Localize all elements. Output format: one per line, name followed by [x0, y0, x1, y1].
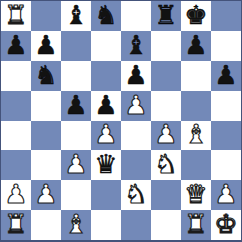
square-g8[interactable]: ♚ [181, 1, 211, 31]
square-b1[interactable] [31, 210, 61, 240]
black-queen-piece[interactable]: ♛ [94, 151, 117, 177]
square-e2[interactable]: ♞ [121, 180, 151, 210]
square-g4[interactable]: ♝ [181, 121, 211, 151]
white-queen-piece[interactable]: ♛ [184, 181, 207, 207]
square-b7[interactable]: ♟ [31, 31, 61, 61]
square-c2[interactable] [61, 180, 91, 210]
white-king-piece[interactable]: ♚ [214, 211, 237, 237]
square-h3[interactable] [211, 150, 241, 180]
black-pawn-piece[interactable]: ♟ [4, 32, 27, 58]
square-d3[interactable]: ♛ [91, 150, 121, 180]
white-rook-piece[interactable]: ♜ [184, 211, 207, 237]
square-h2[interactable]: ♟ [211, 180, 241, 210]
white-knight-piece[interactable]: ♞ [154, 151, 177, 177]
white-pawn-piece[interactable]: ♟ [34, 181, 57, 207]
chess-board: ♜♝♞♜♚♟♟♝♟♞♟♟♟♟♟♟♟♝♟♛♞♟♟♞♛♟♜♝♜♚ [0, 0, 242, 242]
square-b5[interactable] [31, 91, 61, 121]
black-pawn-piece[interactable]: ♟ [124, 62, 147, 88]
white-pawn-piece[interactable]: ♟ [124, 92, 147, 118]
square-h6[interactable]: ♟ [211, 61, 241, 91]
square-g5[interactable] [181, 91, 211, 121]
square-a3[interactable] [1, 150, 31, 180]
square-f1[interactable] [151, 210, 181, 240]
square-g6[interactable] [181, 61, 211, 91]
white-pawn-piece[interactable]: ♟ [64, 151, 87, 177]
square-f6[interactable] [151, 61, 181, 91]
square-a7[interactable]: ♟ [1, 31, 31, 61]
square-a5[interactable] [1, 91, 31, 121]
black-pawn-piece[interactable]: ♟ [94, 92, 117, 118]
square-a4[interactable] [1, 121, 31, 151]
square-f7[interactable] [151, 31, 181, 61]
black-knight-piece[interactable]: ♞ [34, 62, 57, 88]
white-pawn-piece[interactable]: ♟ [94, 121, 117, 147]
black-knight-piece[interactable]: ♞ [94, 2, 117, 28]
square-f3[interactable]: ♞ [151, 150, 181, 180]
square-a8[interactable]: ♜ [1, 1, 31, 31]
square-g2[interactable]: ♛ [181, 180, 211, 210]
square-e1[interactable] [121, 210, 151, 240]
black-pawn-piece[interactable]: ♟ [34, 32, 57, 58]
square-e8[interactable] [121, 1, 151, 31]
black-pawn-piece[interactable]: ♟ [184, 32, 207, 58]
black-bishop-piece[interactable]: ♝ [124, 32, 147, 58]
square-h4[interactable] [211, 121, 241, 151]
square-f2[interactable] [151, 180, 181, 210]
square-b2[interactable]: ♟ [31, 180, 61, 210]
square-c6[interactable] [61, 61, 91, 91]
black-pawn-piece[interactable]: ♟ [214, 62, 237, 88]
white-bishop-piece[interactable]: ♝ [64, 211, 87, 237]
white-rook-piece[interactable]: ♜ [4, 211, 27, 237]
square-e7[interactable]: ♝ [121, 31, 151, 61]
square-g7[interactable]: ♟ [181, 31, 211, 61]
square-d8[interactable]: ♞ [91, 1, 121, 31]
square-d1[interactable] [91, 210, 121, 240]
black-rook-piece[interactable]: ♜ [154, 2, 177, 28]
square-d2[interactable] [91, 180, 121, 210]
square-b4[interactable] [31, 121, 61, 151]
black-king-piece[interactable]: ♚ [184, 2, 207, 28]
square-c8[interactable]: ♝ [61, 1, 91, 31]
square-b6[interactable]: ♞ [31, 61, 61, 91]
white-knight-piece[interactable]: ♞ [124, 181, 147, 207]
square-e4[interactable] [121, 121, 151, 151]
square-e3[interactable] [121, 150, 151, 180]
square-c3[interactable]: ♟ [61, 150, 91, 180]
white-pawn-piece[interactable]: ♟ [154, 121, 177, 147]
square-h1[interactable]: ♚ [211, 210, 241, 240]
white-rook-piece[interactable]: ♜ [4, 2, 27, 28]
black-bishop-piece[interactable]: ♝ [64, 2, 87, 28]
white-pawn-piece[interactable]: ♟ [4, 181, 27, 207]
square-f8[interactable]: ♜ [151, 1, 181, 31]
square-c5[interactable]: ♟ [61, 91, 91, 121]
square-a1[interactable]: ♜ [1, 210, 31, 240]
square-f5[interactable] [151, 91, 181, 121]
square-a6[interactable] [1, 61, 31, 91]
square-c7[interactable] [61, 31, 91, 61]
square-c1[interactable]: ♝ [61, 210, 91, 240]
square-b8[interactable] [31, 1, 61, 31]
white-bishop-piece[interactable]: ♝ [184, 121, 207, 147]
square-d7[interactable] [91, 31, 121, 61]
square-d5[interactable]: ♟ [91, 91, 121, 121]
square-c4[interactable] [61, 121, 91, 151]
square-g3[interactable] [181, 150, 211, 180]
white-pawn-piece[interactable]: ♟ [214, 181, 237, 207]
square-d6[interactable] [91, 61, 121, 91]
square-g1[interactable]: ♜ [181, 210, 211, 240]
square-f4[interactable]: ♟ [151, 121, 181, 151]
square-a2[interactable]: ♟ [1, 180, 31, 210]
black-pawn-piece[interactable]: ♟ [64, 92, 87, 118]
square-e5[interactable]: ♟ [121, 91, 151, 121]
square-h7[interactable] [211, 31, 241, 61]
square-h8[interactable] [211, 1, 241, 31]
square-b3[interactable] [31, 150, 61, 180]
square-h5[interactable] [211, 91, 241, 121]
square-d4[interactable]: ♟ [91, 121, 121, 151]
square-e6[interactable]: ♟ [121, 61, 151, 91]
